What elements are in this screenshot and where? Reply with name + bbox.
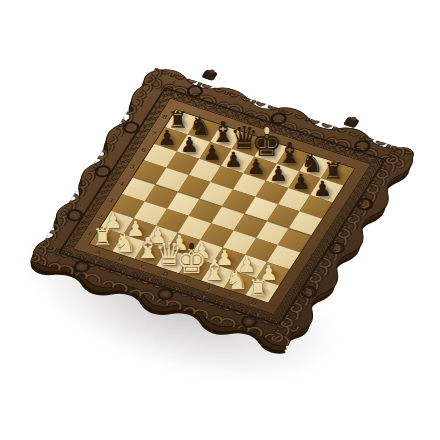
white-rook: ♜ <box>246 275 271 300</box>
clasp-left <box>202 68 219 81</box>
white-knight: ♞ <box>112 231 137 256</box>
white-rook: ♜ <box>90 224 115 249</box>
white-bishop: ♝ <box>201 260 226 285</box>
white-knight: ♞ <box>224 268 249 293</box>
clasp-right <box>344 115 361 128</box>
product-photo-chess-set: 87654321 ABCDEFGH ♜♞♝♛♚♝♞♜♟♟♟♟♟♟♟♟♟♟♟♟♟♟… <box>0 0 440 440</box>
